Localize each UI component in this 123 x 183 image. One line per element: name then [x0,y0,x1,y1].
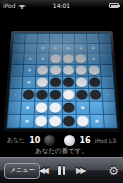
cell-g2[interactable] [87,43,99,52]
cell-c4[interactable]: ● [36,65,48,76]
cpu-label: iPod L3 [95,137,117,144]
cell-a1[interactable] [13,34,24,43]
white-disc: ● [74,53,86,64]
battery-icon [109,3,119,8]
white-disc: ● [35,102,48,114]
cell-c1[interactable] [37,34,49,43]
black-disc: ● [62,77,74,88]
black-disc: ● [49,77,61,88]
legal-move-hint-dot [28,58,31,60]
cell-a4[interactable] [11,65,23,76]
cell-h2[interactable] [99,43,110,52]
legal-move-hint-dot [66,47,69,49]
cell-e2[interactable] [62,43,74,52]
cell-b4[interactable] [23,65,36,76]
legal-move-hint-dot [26,106,29,108]
cell-g8[interactable] [89,115,103,128]
cell-g7[interactable] [89,102,102,114]
cell-g1[interactable] [86,34,98,43]
cell-h4[interactable] [100,65,112,76]
cell-h6[interactable] [102,89,114,101]
cell-d7[interactable]: ● [48,102,61,114]
cell-a3[interactable] [12,53,24,64]
cell-b8[interactable] [20,115,34,128]
cell-g6[interactable]: ● [88,89,101,101]
white-disc: ● [49,65,61,76]
cell-c8[interactable]: ● [34,115,47,128]
cell-b2[interactable] [24,43,36,52]
black-disc: ● [22,89,35,101]
cell-c2[interactable] [37,43,49,52]
cell-c7[interactable]: ● [35,102,48,114]
white-disc: ● [34,115,47,128]
rewind-icon[interactable]: ◀◀ [39,167,47,175]
cell-d3[interactable]: ● [49,53,61,64]
cell-e4[interactable]: ● [62,65,74,76]
cell-c3[interactable] [36,53,48,64]
board-grid: ●●●●●●●●●●●●●●●●●●●●●●●●●● [6,33,117,128]
white-disc: ● [62,89,75,101]
cell-a2[interactable] [13,43,24,52]
you-score: 10 [29,136,40,145]
cell-d5[interactable]: ● [49,77,61,88]
cell-e1[interactable] [62,34,73,43]
cell-f6[interactable]: ● [75,89,88,101]
cell-h1[interactable] [98,34,109,43]
cell-c5[interactable]: ● [36,77,49,88]
board-frame: ●●●●●●●●●●●●●●●●●●●●●●●●●● [3,31,121,132]
white-disc: ● [48,102,61,114]
cell-d6[interactable]: ● [49,89,62,101]
cell-e8[interactable]: ● [62,115,75,128]
turn-message: あなたの番です。 [0,147,123,157]
legal-move-hint-dot [80,106,83,108]
status-bar: iPod 14:01 [0,0,123,11]
board-scene: ●●●●●●●●●●●●●●●●●●●●●●●●●● [3,20,121,132]
legal-move-hint-dot [79,47,82,49]
board-star-dot [14,94,17,96]
cell-e3[interactable]: ● [62,53,74,64]
cell-f4[interactable]: ● [75,65,87,76]
cpu-score: 16 [79,136,90,145]
cell-f5[interactable]: ● [75,77,88,88]
scoreboard: あなた 10 16 iPod L3 [0,133,123,147]
you-label: あなた [7,136,25,145]
cell-g4[interactable]: ● [87,65,100,76]
black-disc: ● [75,89,88,101]
cell-e5[interactable]: ● [62,77,74,88]
cell-e7[interactable]: ● [62,102,75,114]
legal-move-hint-dot [27,81,30,83]
legal-move-hint-dot [92,58,95,60]
white-disc: ● [75,77,88,88]
legal-move-hint-dot [28,69,31,71]
white-disc: ● [87,65,100,76]
legal-move-hint-dot [41,47,44,49]
legal-move-hint-dot [95,120,98,123]
cell-h7[interactable] [102,102,115,114]
cell-f7[interactable] [75,102,88,114]
white-disc: ● [36,65,48,76]
black-disc: ● [49,89,62,101]
cell-f3[interactable]: ● [74,53,86,64]
white-disc: ● [62,65,74,76]
settings-gear-icon[interactable]: ⚙ [108,165,119,177]
cell-f8[interactable]: ● [76,115,89,128]
reversi-app-screen: iPod 14:01 ●●●●●●●●●●●●●●●●●●●●●●●●●● あな… [0,0,123,183]
legal-move-hint-dot [91,47,94,49]
cell-a6[interactable] [9,89,21,101]
board-area: ●●●●●●●●●●●●●●●●●●●●●●●●●● [0,11,123,133]
black-disc: ● [35,89,48,101]
legal-move-hint-dot [25,120,28,123]
menu-button[interactable]: メニュー [4,163,40,179]
cell-h5[interactable] [101,77,113,88]
cell-b3[interactable] [24,53,36,64]
white-disc: ● [62,53,74,64]
black-disc-icon [44,135,55,146]
white-disc: ● [48,115,61,128]
cell-a5[interactable] [10,77,22,88]
black-disc: ● [62,115,75,128]
forward-icon[interactable]: ▶▶ [76,167,84,175]
white-disc: ● [75,65,87,76]
bottom-toolbar: メニュー ◀◀ ▶▶ ⚙ [0,157,123,183]
white-disc-icon [64,135,75,146]
legal-move-hint-dot [54,47,57,49]
cell-g3[interactable] [87,53,99,64]
cell-g5[interactable]: ● [88,77,101,88]
cell-e6[interactable]: ● [62,89,75,101]
cell-b1[interactable] [25,34,37,43]
cell-b5[interactable] [22,77,35,88]
cell-b7[interactable] [21,102,34,114]
black-disc: ● [62,102,75,114]
cell-a7[interactable] [8,102,21,114]
cell-d8[interactable]: ● [48,115,61,128]
pause-icon[interactable] [58,166,65,175]
cell-d1[interactable] [50,34,61,43]
cell-c6[interactable]: ● [35,89,48,101]
board-star-dot [107,94,110,96]
white-disc: ● [76,115,89,128]
cell-f2[interactable] [74,43,86,52]
cell-a8[interactable] [7,115,20,128]
white-disc: ● [36,77,49,88]
legal-move-hint-dot [41,58,44,60]
cell-d4[interactable]: ● [49,65,61,76]
cell-h8[interactable] [103,115,116,128]
cell-d2[interactable] [49,43,61,52]
cell-f1[interactable] [74,34,86,43]
cell-h3[interactable] [100,53,112,64]
cell-b6[interactable]: ● [22,89,35,101]
white-disc: ● [49,53,61,64]
black-disc: ● [88,77,101,88]
clock: 14:01 [0,2,123,9]
black-disc: ● [88,89,101,101]
